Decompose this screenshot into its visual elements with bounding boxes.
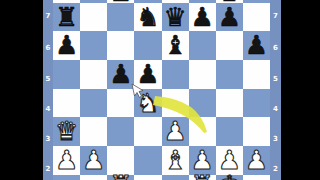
piece-white-king-g1: ♚ [216, 171, 243, 180]
square-f3 [189, 117, 216, 146]
piece-white-rook-f1: ♜ [189, 171, 216, 180]
square-a3: ♛ [53, 117, 80, 146]
chess-video-frame: ♜♚♜♞♛♟♟♟♝♟♟♟♞♛♟♟♟♝♟♟♟♜♜♚ 765432 765432 [0, 0, 320, 180]
square-g5 [216, 60, 243, 89]
square-g3 [216, 117, 243, 146]
square-c4 [107, 89, 134, 118]
square-f5 [189, 60, 216, 89]
square-h6: ♟ [243, 31, 270, 60]
square-c7 [107, 3, 134, 32]
piece-black-pawn-g7: ♟ [216, 3, 243, 32]
rank-label-3: 3 [43, 136, 53, 143]
square-a1 [53, 175, 80, 180]
piece-white-pawn-b2: ♟ [80, 146, 107, 175]
rank-label-2: 2 [270, 166, 281, 173]
square-b4 [80, 89, 107, 118]
square-a6: ♟ [53, 31, 80, 60]
rank-label-5: 5 [43, 76, 53, 83]
square-d2 [134, 146, 161, 175]
piece-black-pawn-a6: ♟ [53, 31, 80, 60]
square-c6 [107, 31, 134, 60]
piece-black-bishop-e6: ♝ [162, 31, 189, 60]
square-e2: ♝ [162, 146, 189, 175]
rank-label-6: 6 [270, 45, 281, 52]
square-f4 [189, 89, 216, 118]
square-e4 [162, 89, 189, 118]
piece-black-pawn-c5: ♟ [107, 60, 134, 89]
piece-black-pawn-h6: ♟ [243, 31, 270, 60]
piece-white-bishop-e2: ♝ [162, 146, 189, 175]
piece-black-knight-d7: ♞ [134, 3, 161, 32]
square-e3: ♟ [162, 117, 189, 146]
square-b5 [80, 60, 107, 89]
piece-black-rook-a7: ♜ [53, 3, 80, 32]
piece-white-pawn-a2: ♟ [53, 146, 80, 175]
square-h3 [243, 117, 270, 146]
square-g6 [216, 31, 243, 60]
square-b3 [80, 117, 107, 146]
rank-label-7: 7 [270, 13, 281, 20]
square-h5 [243, 60, 270, 89]
square-e5 [162, 60, 189, 89]
square-b6 [80, 31, 107, 60]
rank-label-7: 7 [43, 13, 53, 20]
square-f7: ♟ [189, 3, 216, 32]
square-e1 [162, 175, 189, 180]
square-h1 [243, 175, 270, 180]
square-h7 [243, 3, 270, 32]
square-b1 [80, 175, 107, 180]
rank-label-4: 4 [270, 106, 281, 113]
square-a2: ♟ [53, 146, 80, 175]
square-d6 [134, 31, 161, 60]
square-c3 [107, 117, 134, 146]
rank-label-6: 6 [43, 45, 53, 52]
chess-board: ♜♚♜♞♛♟♟♟♝♟♟♟♞♛♟♟♟♝♟♟♟♜♜♚ [53, 0, 270, 180]
rank-label-2: 2 [43, 166, 53, 173]
square-f6 [189, 31, 216, 60]
rank-label-5: 5 [270, 76, 281, 83]
piece-white-knight-d4: ♞ [134, 89, 161, 118]
square-f1: ♜ [189, 175, 216, 180]
piece-white-rook-c1: ♜ [107, 171, 134, 180]
square-c1: ♜ [107, 175, 134, 180]
piece-black-queen-e7: ♛ [162, 3, 189, 32]
square-d3 [134, 117, 161, 146]
square-a7: ♜ [53, 3, 80, 32]
square-e7: ♛ [162, 3, 189, 32]
square-a4 [53, 89, 80, 118]
piece-white-pawn-e3: ♟ [162, 117, 189, 146]
square-d5: ♟ [134, 60, 161, 89]
square-h4 [243, 89, 270, 118]
piece-black-pawn-d5: ♟ [134, 60, 161, 89]
square-a5 [53, 60, 80, 89]
square-d4: ♞ [134, 89, 161, 118]
square-h2: ♟ [243, 146, 270, 175]
piece-black-pawn-f7: ♟ [189, 3, 216, 32]
square-d7: ♞ [134, 3, 161, 32]
rank-coordinate-strip-left: 765432 [43, 0, 53, 180]
square-g4 [216, 89, 243, 118]
rank-coordinate-strip-right: 765432 [270, 0, 281, 180]
square-d1 [134, 175, 161, 180]
square-g1: ♚ [216, 175, 243, 180]
square-c5: ♟ [107, 60, 134, 89]
rank-label-4: 4 [43, 106, 53, 113]
piece-white-queen-a3: ♛ [53, 117, 80, 146]
piece-white-pawn-h2: ♟ [243, 146, 270, 175]
square-g7: ♟ [216, 3, 243, 32]
square-b2: ♟ [80, 146, 107, 175]
square-b7 [80, 3, 107, 32]
square-e6: ♝ [162, 31, 189, 60]
rank-label-3: 3 [270, 136, 281, 143]
